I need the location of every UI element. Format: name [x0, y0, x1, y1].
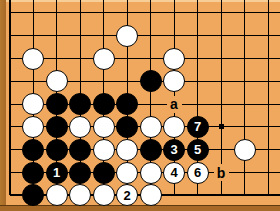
intersection: 6	[186, 161, 210, 184]
move-number: 4	[170, 166, 177, 179]
intersection	[186, 2, 210, 25]
intersection	[233, 24, 257, 47]
intersection	[233, 161, 257, 184]
intersection	[92, 47, 116, 70]
intersection: 3	[162, 138, 186, 161]
intersection	[162, 70, 186, 93]
black-stone	[46, 139, 68, 161]
intersection	[45, 138, 69, 161]
intersection	[92, 161, 116, 184]
white-stone	[116, 162, 138, 184]
intersection	[115, 138, 139, 161]
intersection	[92, 2, 116, 25]
intersection	[68, 24, 92, 47]
intersection	[233, 138, 257, 161]
intersection	[139, 47, 163, 70]
intersection	[92, 116, 116, 139]
intersection	[45, 47, 69, 70]
move-number: 2	[123, 189, 130, 202]
intersection	[233, 47, 257, 70]
point-label-a: a	[167, 96, 182, 113]
intersection	[68, 93, 92, 116]
black-stone: 5	[187, 139, 209, 161]
white-stone	[140, 184, 162, 206]
intersection: b	[209, 161, 233, 184]
intersection	[186, 70, 210, 93]
intersection	[45, 24, 69, 47]
intersection	[209, 116, 233, 139]
white-stone	[93, 48, 115, 70]
intersection	[209, 24, 233, 47]
intersection	[209, 138, 233, 161]
white-stone: 6	[187, 162, 209, 184]
intersection	[0, 116, 21, 139]
intersection	[256, 161, 280, 184]
intersection	[186, 47, 210, 70]
intersection	[115, 161, 139, 184]
intersection	[233, 116, 257, 139]
intersection	[162, 2, 186, 25]
intersection	[139, 70, 163, 93]
intersection	[256, 2, 280, 25]
intersection	[0, 93, 21, 116]
square-marker	[219, 124, 224, 129]
white-stone	[140, 116, 162, 138]
intersection	[233, 70, 257, 93]
white-stone	[69, 116, 91, 138]
black-stone	[69, 162, 91, 184]
intersection	[68, 47, 92, 70]
white-stone	[69, 184, 91, 206]
intersection: 5	[186, 138, 210, 161]
intersection	[68, 184, 92, 207]
black-stone	[93, 93, 115, 115]
intersection	[115, 70, 139, 93]
intersection	[21, 138, 45, 161]
white-stone	[116, 25, 138, 47]
black-stone: 3	[163, 139, 185, 161]
white-stone	[163, 116, 185, 138]
intersection	[139, 184, 163, 207]
board-grid: a735146b2	[0, 2, 280, 207]
intersection	[256, 47, 280, 70]
black-stone: 1	[46, 162, 68, 184]
intersection	[162, 47, 186, 70]
intersection	[162, 116, 186, 139]
black-stone	[116, 93, 138, 115]
intersection	[256, 70, 280, 93]
black-stone	[116, 116, 138, 138]
white-stone	[46, 70, 68, 92]
intersection	[115, 93, 139, 116]
intersection	[68, 116, 92, 139]
intersection	[233, 2, 257, 25]
intersection	[233, 184, 257, 207]
black-stone	[140, 70, 162, 92]
intersection	[21, 116, 45, 139]
white-stone	[22, 93, 44, 115]
intersection	[0, 2, 21, 25]
point-label-b: b	[214, 164, 229, 181]
white-stone	[234, 139, 256, 161]
white-stone: 4	[163, 162, 185, 184]
intersection	[139, 116, 163, 139]
intersection	[21, 70, 45, 93]
black-stone	[22, 184, 44, 206]
intersection	[209, 70, 233, 93]
intersection	[115, 2, 139, 25]
intersection	[21, 161, 45, 184]
intersection	[162, 24, 186, 47]
intersection	[139, 93, 163, 116]
intersection	[186, 93, 210, 116]
intersection: 4	[162, 161, 186, 184]
white-stone	[140, 162, 162, 184]
white-stone	[93, 116, 115, 138]
intersection	[186, 184, 210, 207]
intersection	[92, 184, 116, 207]
intersection	[45, 93, 69, 116]
go-board: a735146b2	[0, 0, 280, 211]
intersection	[92, 93, 116, 116]
intersection	[92, 24, 116, 47]
intersection	[209, 2, 233, 25]
white-stone	[22, 48, 44, 70]
intersection	[21, 184, 45, 207]
move-number: 7	[194, 120, 201, 133]
intersection: 1	[45, 161, 69, 184]
intersection	[256, 24, 280, 47]
black-stone	[69, 139, 91, 161]
intersection	[139, 161, 163, 184]
black-stone	[69, 93, 91, 115]
white-stone	[93, 139, 115, 161]
intersection	[21, 2, 45, 25]
intersection	[68, 70, 92, 93]
intersection	[0, 70, 21, 93]
black-stone	[140, 139, 162, 161]
intersection	[209, 47, 233, 70]
intersection	[45, 70, 69, 93]
intersection	[209, 93, 233, 116]
black-stone	[22, 139, 44, 161]
intersection	[256, 93, 280, 116]
intersection	[0, 161, 21, 184]
black-stone: 7	[187, 116, 209, 138]
intersection	[233, 93, 257, 116]
intersection	[45, 116, 69, 139]
intersection	[21, 47, 45, 70]
intersection	[0, 138, 21, 161]
intersection: 2	[115, 184, 139, 207]
move-number: 6	[194, 166, 201, 179]
intersection	[115, 24, 139, 47]
intersection	[92, 138, 116, 161]
white-stone	[22, 116, 44, 138]
intersection	[186, 24, 210, 47]
intersection	[68, 161, 92, 184]
intersection	[0, 24, 21, 47]
white-stone	[163, 70, 185, 92]
white-stone: 2	[116, 184, 138, 206]
intersection	[139, 2, 163, 25]
intersection	[139, 24, 163, 47]
move-number: 1	[53, 166, 60, 179]
intersection	[68, 2, 92, 25]
intersection	[209, 184, 233, 207]
intersection	[21, 93, 45, 116]
move-number: 3	[170, 143, 177, 156]
intersection	[256, 184, 280, 207]
intersection	[68, 138, 92, 161]
white-stone	[116, 139, 138, 161]
black-stone	[46, 116, 68, 138]
intersection	[45, 184, 69, 207]
intersection	[139, 138, 163, 161]
intersection: a	[162, 93, 186, 116]
intersection	[45, 2, 69, 25]
intersection	[92, 70, 116, 93]
black-stone	[46, 93, 68, 115]
intersection	[0, 184, 21, 207]
intersection	[256, 116, 280, 139]
move-number: 5	[194, 143, 201, 156]
white-stone	[163, 48, 185, 70]
black-stone	[93, 162, 115, 184]
black-stone	[22, 162, 44, 184]
white-stone	[46, 184, 68, 206]
intersection	[115, 116, 139, 139]
white-stone	[93, 184, 115, 206]
intersection	[162, 184, 186, 207]
intersection	[21, 24, 45, 47]
intersection	[256, 138, 280, 161]
intersection	[115, 47, 139, 70]
intersection: 7	[186, 116, 210, 139]
intersection	[0, 47, 21, 70]
